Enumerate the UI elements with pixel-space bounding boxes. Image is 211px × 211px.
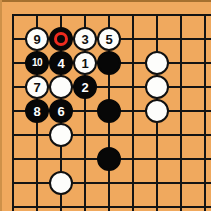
stone-white-5: 5 bbox=[97, 27, 121, 51]
stone-white bbox=[49, 123, 73, 147]
move-number: 1 bbox=[81, 56, 88, 69]
stone-black bbox=[97, 51, 121, 75]
stone-black-4: 4 bbox=[49, 51, 73, 75]
move-number: 4 bbox=[57, 56, 64, 69]
go-board: 93510417286 bbox=[1, 3, 211, 211]
stone-black bbox=[97, 99, 121, 123]
stone-black-marked bbox=[49, 27, 73, 51]
move-number: 5 bbox=[105, 32, 112, 45]
stone-white bbox=[145, 75, 169, 99]
move-number: 8 bbox=[33, 104, 40, 117]
move-number: 7 bbox=[33, 80, 40, 93]
move-number: 10 bbox=[32, 58, 42, 68]
stone-black-6: 6 bbox=[49, 99, 73, 123]
stone-white bbox=[49, 171, 73, 195]
stone-black-10: 10 bbox=[25, 51, 49, 75]
stone-white-1: 1 bbox=[73, 51, 97, 75]
move-number: 2 bbox=[81, 80, 88, 93]
stone-black bbox=[97, 147, 121, 171]
stone-white bbox=[145, 51, 169, 75]
stone-white-7: 7 bbox=[25, 75, 49, 99]
stone-white bbox=[49, 75, 73, 99]
stone-black-8: 8 bbox=[25, 99, 49, 123]
move-number: 3 bbox=[81, 32, 88, 45]
stone-white-3: 3 bbox=[73, 27, 97, 51]
move-number: 9 bbox=[33, 32, 40, 45]
move-number: 6 bbox=[57, 104, 64, 117]
stone-white-9: 9 bbox=[25, 27, 49, 51]
frame-top-edge bbox=[0, 0, 211, 2]
go-diagram: 93510417286 bbox=[0, 0, 211, 211]
stone-black-2: 2 bbox=[73, 75, 97, 99]
red-circle-mark bbox=[54, 32, 68, 46]
stone-white bbox=[145, 99, 169, 123]
